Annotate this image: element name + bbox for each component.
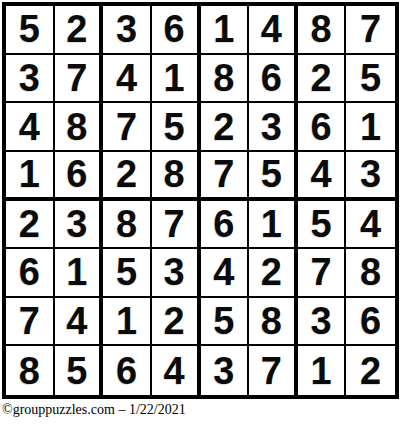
- cell-r7c7: 3: [298, 298, 347, 347]
- cell-r3c7: 6: [298, 103, 347, 152]
- cell-r6c4: 3: [152, 249, 201, 298]
- cell-r4c3: 2: [103, 152, 152, 201]
- cell-r7c4: 2: [152, 298, 201, 347]
- cell-r6c5: 4: [201, 249, 250, 298]
- cell-r8c8: 2: [346, 346, 395, 395]
- cell-r7c5: 5: [201, 298, 250, 347]
- cell-r2c6: 6: [249, 55, 298, 104]
- cell-r7c1: 7: [6, 298, 55, 347]
- cell-r4c8: 3: [346, 152, 395, 201]
- cell-r7c8: 6: [346, 298, 395, 347]
- cell-r5c7: 5: [298, 201, 347, 250]
- cell-r1c7: 8: [298, 6, 347, 55]
- cell-r6c7: 7: [298, 249, 347, 298]
- cell-r6c8: 8: [346, 249, 395, 298]
- cell-r8c1: 8: [6, 346, 55, 395]
- cell-r4c1: 1: [6, 152, 55, 201]
- cell-r5c5: 6: [201, 201, 250, 250]
- cell-r2c7: 2: [298, 55, 347, 104]
- cell-r5c1: 2: [6, 201, 55, 250]
- cell-r1c8: 7: [346, 6, 395, 55]
- cell-r2c1: 3: [6, 55, 55, 104]
- cell-r3c1: 4: [6, 103, 55, 152]
- cell-r4c7: 4: [298, 152, 347, 201]
- cell-r6c6: 2: [249, 249, 298, 298]
- cell-r7c2: 4: [55, 298, 104, 347]
- cell-r5c2: 3: [55, 201, 104, 250]
- cell-r1c1: 5: [6, 6, 55, 55]
- copyright-text: ©grouppuzzles.com – 1/22/2021: [2, 402, 186, 418]
- cell-r5c8: 4: [346, 201, 395, 250]
- puzzle-page: 5236148737418625487523611628754323876154…: [0, 0, 402, 424]
- cell-r3c4: 5: [152, 103, 201, 152]
- cell-r4c6: 5: [249, 152, 298, 201]
- cell-r1c3: 3: [103, 6, 152, 55]
- cell-r6c1: 6: [6, 249, 55, 298]
- cell-r3c8: 1: [346, 103, 395, 152]
- cell-r8c6: 7: [249, 346, 298, 395]
- cell-r8c2: 5: [55, 346, 104, 395]
- cell-r2c5: 8: [201, 55, 250, 104]
- cell-r2c2: 7: [55, 55, 104, 104]
- cell-r3c6: 3: [249, 103, 298, 152]
- cell-r4c4: 8: [152, 152, 201, 201]
- sudoku-board: 5236148737418625487523611628754323876154…: [2, 2, 399, 399]
- cell-r8c3: 6: [103, 346, 152, 395]
- cell-r1c4: 6: [152, 6, 201, 55]
- cell-r8c5: 3: [201, 346, 250, 395]
- cell-r8c7: 1: [298, 346, 347, 395]
- cell-r2c8: 5: [346, 55, 395, 104]
- cell-r1c5: 1: [201, 6, 250, 55]
- cell-r7c3: 1: [103, 298, 152, 347]
- cell-r3c5: 2: [201, 103, 250, 152]
- cell-r2c4: 1: [152, 55, 201, 104]
- cell-r5c3: 8: [103, 201, 152, 250]
- cell-r5c6: 1: [249, 201, 298, 250]
- cell-r6c3: 5: [103, 249, 152, 298]
- cell-r4c5: 7: [201, 152, 250, 201]
- cell-r3c2: 8: [55, 103, 104, 152]
- cell-r1c2: 2: [55, 6, 104, 55]
- cell-r5c4: 7: [152, 201, 201, 250]
- cell-r8c4: 4: [152, 346, 201, 395]
- cell-r7c6: 8: [249, 298, 298, 347]
- cell-r1c6: 4: [249, 6, 298, 55]
- cell-r4c2: 6: [55, 152, 104, 201]
- cell-r2c3: 4: [103, 55, 152, 104]
- cell-r6c2: 1: [55, 249, 104, 298]
- cell-r3c3: 7: [103, 103, 152, 152]
